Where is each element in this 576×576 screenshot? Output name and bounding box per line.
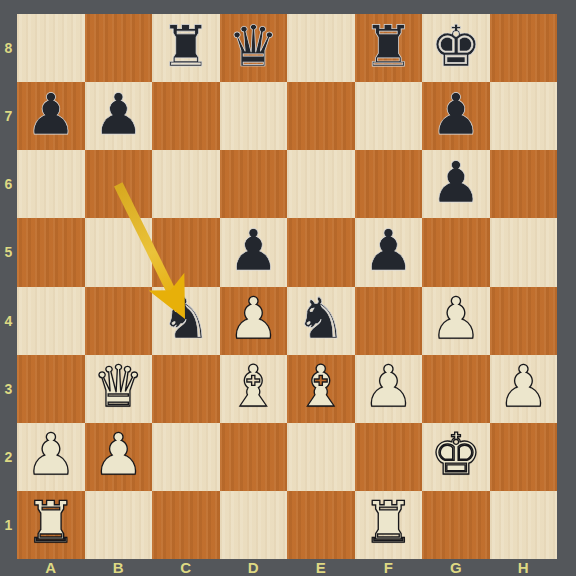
piece-white-rook[interactable]: ♜ [363, 494, 414, 551]
square-h1[interactable] [490, 491, 558, 559]
file-label-f: F [355, 559, 423, 576]
file-label-c: C [152, 559, 220, 576]
piece-black-pawn[interactable]: ♟ [25, 86, 76, 143]
rank-label-3: 3 [0, 355, 17, 423]
rank-label-1: 1 [0, 491, 17, 559]
piece-white-queen[interactable]: ♛ [93, 358, 144, 415]
file-labels: ABCDEFGH [17, 559, 557, 576]
rank-label-7: 7 [0, 82, 17, 150]
file-label-g: G [422, 559, 490, 576]
file-label-d: D [220, 559, 288, 576]
square-b3[interactable]: ♛ [85, 355, 153, 423]
square-f3[interactable]: ♟ [355, 355, 423, 423]
square-g1[interactable] [422, 491, 490, 559]
square-g4[interactable]: ♟ [422, 287, 490, 355]
square-d8[interactable]: ♛ [220, 14, 288, 82]
square-a5[interactable] [17, 218, 85, 286]
square-e8[interactable] [287, 14, 355, 82]
square-h8[interactable] [490, 14, 558, 82]
piece-white-pawn[interactable]: ♟ [430, 290, 481, 347]
file-label-e: E [287, 559, 355, 576]
piece-black-rook[interactable]: ♜ [363, 18, 414, 75]
square-b5[interactable] [85, 218, 153, 286]
square-d3[interactable]: ♝ [220, 355, 288, 423]
square-c3[interactable] [152, 355, 220, 423]
rank-label-2: 2 [0, 423, 17, 491]
rank-label-6: 6 [0, 150, 17, 218]
square-d6[interactable] [220, 150, 288, 218]
square-g3[interactable] [422, 355, 490, 423]
piece-white-pawn[interactable]: ♟ [228, 290, 279, 347]
piece-black-queen[interactable]: ♛ [228, 18, 279, 75]
square-h3[interactable]: ♟ [490, 355, 558, 423]
chessboard[interactable]: ♜♛♜♚♟♟♟♟♟♟♞♟♞♟♛♝♝♟♟♟♟♚♜♜ [17, 14, 557, 559]
rank-label-4: 4 [0, 287, 17, 355]
square-d1[interactable] [220, 491, 288, 559]
piece-black-pawn[interactable]: ♟ [93, 86, 144, 143]
square-b1[interactable] [85, 491, 153, 559]
square-h6[interactable] [490, 150, 558, 218]
square-h5[interactable] [490, 218, 558, 286]
piece-white-pawn[interactable]: ♟ [93, 426, 144, 483]
square-a6[interactable] [17, 150, 85, 218]
square-f1[interactable]: ♜ [355, 491, 423, 559]
square-f8[interactable]: ♜ [355, 14, 423, 82]
square-c8[interactable]: ♜ [152, 14, 220, 82]
square-f4[interactable] [355, 287, 423, 355]
square-e7[interactable] [287, 82, 355, 150]
chessboard-frame: 87654321 ♜♛♜♚♟♟♟♟♟♟♞♟♞♟♛♝♝♟♟♟♟♚♜♜ ABCDEF… [0, 0, 576, 576]
file-label-h: H [490, 559, 558, 576]
square-a4[interactable] [17, 287, 85, 355]
piece-black-pawn[interactable]: ♟ [430, 154, 481, 211]
piece-black-knight[interactable]: ♞ [295, 290, 346, 347]
piece-black-knight[interactable]: ♞ [160, 290, 211, 347]
square-g8[interactable]: ♚ [422, 14, 490, 82]
square-e2[interactable] [287, 423, 355, 491]
piece-white-king[interactable]: ♚ [430, 426, 481, 483]
square-d7[interactable] [220, 82, 288, 150]
square-g5[interactable] [422, 218, 490, 286]
square-h7[interactable] [490, 82, 558, 150]
square-c7[interactable] [152, 82, 220, 150]
square-e1[interactable] [287, 491, 355, 559]
square-b4[interactable] [85, 287, 153, 355]
square-b6[interactable] [85, 150, 153, 218]
piece-white-rook[interactable]: ♜ [25, 494, 76, 551]
square-a7[interactable]: ♟ [17, 82, 85, 150]
piece-black-rook[interactable]: ♜ [160, 18, 211, 75]
square-h2[interactable] [490, 423, 558, 491]
square-e3[interactable]: ♝ [287, 355, 355, 423]
piece-white-bishop[interactable]: ♝ [295, 358, 346, 415]
piece-white-pawn[interactable]: ♟ [25, 426, 76, 483]
square-d2[interactable] [220, 423, 288, 491]
file-label-b: B [85, 559, 153, 576]
square-c1[interactable] [152, 491, 220, 559]
piece-black-pawn[interactable]: ♟ [228, 222, 279, 279]
square-h4[interactable] [490, 287, 558, 355]
square-g6[interactable]: ♟ [422, 150, 490, 218]
square-c6[interactable] [152, 150, 220, 218]
square-a3[interactable] [17, 355, 85, 423]
square-f6[interactable] [355, 150, 423, 218]
square-f5[interactable]: ♟ [355, 218, 423, 286]
square-c4[interactable]: ♞ [152, 287, 220, 355]
piece-black-pawn[interactable]: ♟ [363, 222, 414, 279]
piece-white-pawn[interactable]: ♟ [363, 358, 414, 415]
square-g7[interactable]: ♟ [422, 82, 490, 150]
square-b7[interactable]: ♟ [85, 82, 153, 150]
piece-white-pawn[interactable]: ♟ [498, 358, 549, 415]
square-e5[interactable] [287, 218, 355, 286]
square-d4[interactable]: ♟ [220, 287, 288, 355]
square-c2[interactable] [152, 423, 220, 491]
square-c5[interactable] [152, 218, 220, 286]
square-a1[interactable]: ♜ [17, 491, 85, 559]
square-d5[interactable]: ♟ [220, 218, 288, 286]
rank-label-8: 8 [0, 14, 17, 82]
rank-label-5: 5 [0, 218, 17, 286]
square-b8[interactable] [85, 14, 153, 82]
piece-black-king[interactable]: ♚ [430, 18, 481, 75]
square-a8[interactable] [17, 14, 85, 82]
square-a2[interactable]: ♟ [17, 423, 85, 491]
square-f7[interactable] [355, 82, 423, 150]
square-e6[interactable] [287, 150, 355, 218]
square-f2[interactable] [355, 423, 423, 491]
square-e4[interactable]: ♞ [287, 287, 355, 355]
piece-black-pawn[interactable]: ♟ [430, 86, 481, 143]
file-label-a: A [17, 559, 85, 576]
rank-labels: 87654321 [0, 14, 17, 559]
square-g2[interactable]: ♚ [422, 423, 490, 491]
piece-white-bishop[interactable]: ♝ [228, 358, 279, 415]
square-b2[interactable]: ♟ [85, 423, 153, 491]
